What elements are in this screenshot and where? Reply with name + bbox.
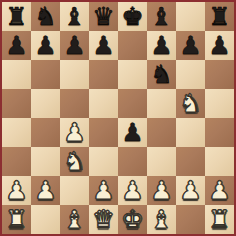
- square-e8[interactable]: ♚: [118, 2, 147, 31]
- white-pawn[interactable]: ♟: [34, 176, 56, 205]
- square-a3[interactable]: [2, 147, 31, 176]
- square-b3[interactable]: [31, 147, 60, 176]
- square-a2[interactable]: ♟: [2, 176, 31, 205]
- white-rook[interactable]: ♜: [5, 205, 27, 234]
- square-f4[interactable]: [147, 118, 176, 147]
- white-pawn[interactable]: ♟: [179, 176, 201, 205]
- square-a8[interactable]: ♜: [2, 2, 31, 31]
- black-rook[interactable]: ♜: [5, 2, 27, 31]
- square-h8[interactable]: ♜: [205, 2, 234, 31]
- square-b6[interactable]: [31, 60, 60, 89]
- square-c4[interactable]: ♟: [60, 118, 89, 147]
- square-d4[interactable]: [89, 118, 118, 147]
- square-b8[interactable]: ♞: [31, 2, 60, 31]
- square-c8[interactable]: ♝: [60, 2, 89, 31]
- white-pawn[interactable]: ♟: [92, 176, 114, 205]
- square-e4[interactable]: ♟: [118, 118, 147, 147]
- square-e2[interactable]: ♟: [118, 176, 147, 205]
- square-d5[interactable]: [89, 89, 118, 118]
- square-b7[interactable]: ♟: [31, 31, 60, 60]
- square-h7[interactable]: ♟: [205, 31, 234, 60]
- white-queen[interactable]: ♛: [92, 205, 114, 234]
- square-c5[interactable]: [60, 89, 89, 118]
- square-h2[interactable]: ♟: [205, 176, 234, 205]
- square-h1[interactable]: ♜: [205, 205, 234, 234]
- square-g6[interactable]: [176, 60, 205, 89]
- square-g8[interactable]: [176, 2, 205, 31]
- square-a5[interactable]: [2, 89, 31, 118]
- square-c3[interactable]: ♞: [60, 147, 89, 176]
- square-e5[interactable]: [118, 89, 147, 118]
- black-pawn[interactable]: ♟: [63, 31, 85, 60]
- white-knight[interactable]: ♞: [179, 89, 201, 118]
- black-knight[interactable]: ♞: [150, 60, 172, 89]
- square-h3[interactable]: [205, 147, 234, 176]
- square-e1[interactable]: ♚: [118, 205, 147, 234]
- square-a7[interactable]: ♟: [2, 31, 31, 60]
- square-c2[interactable]: [60, 176, 89, 205]
- square-h6[interactable]: [205, 60, 234, 89]
- square-c7[interactable]: ♟: [60, 31, 89, 60]
- square-f3[interactable]: [147, 147, 176, 176]
- square-f7[interactable]: ♟: [147, 31, 176, 60]
- square-d3[interactable]: [89, 147, 118, 176]
- black-pawn[interactable]: ♟: [5, 31, 27, 60]
- white-knight[interactable]: ♞: [63, 147, 85, 176]
- square-e7[interactable]: [118, 31, 147, 60]
- square-g5[interactable]: ♞: [176, 89, 205, 118]
- black-bishop[interactable]: ♝: [150, 2, 172, 31]
- white-pawn[interactable]: ♟: [63, 118, 85, 147]
- square-f8[interactable]: ♝: [147, 2, 176, 31]
- black-pawn[interactable]: ♟: [121, 118, 143, 147]
- square-g4[interactable]: [176, 118, 205, 147]
- square-g2[interactable]: ♟: [176, 176, 205, 205]
- square-d6[interactable]: [89, 60, 118, 89]
- black-pawn[interactable]: ♟: [179, 31, 201, 60]
- white-pawn[interactable]: ♟: [208, 176, 230, 205]
- square-e6[interactable]: [118, 60, 147, 89]
- square-c1[interactable]: ♝: [60, 205, 89, 234]
- chess-board: ♜♞♝♛♚♝♜♟♟♟♟♟♟♟♞♞♟♟♞♟♟♟♟♟♟♟♜♝♛♚♝♜: [2, 2, 234, 234]
- square-d8[interactable]: ♛: [89, 2, 118, 31]
- square-a4[interactable]: [2, 118, 31, 147]
- white-pawn[interactable]: ♟: [121, 176, 143, 205]
- square-b1[interactable]: [31, 205, 60, 234]
- square-c6[interactable]: [60, 60, 89, 89]
- square-f2[interactable]: ♟: [147, 176, 176, 205]
- square-b2[interactable]: ♟: [31, 176, 60, 205]
- square-b5[interactable]: [31, 89, 60, 118]
- black-rook[interactable]: ♜: [208, 2, 230, 31]
- square-a1[interactable]: ♜: [2, 205, 31, 234]
- black-knight[interactable]: ♞: [34, 2, 56, 31]
- white-bishop[interactable]: ♝: [150, 205, 172, 234]
- black-king[interactable]: ♚: [121, 2, 143, 31]
- square-g7[interactable]: ♟: [176, 31, 205, 60]
- square-f6[interactable]: ♞: [147, 60, 176, 89]
- square-f1[interactable]: ♝: [147, 205, 176, 234]
- square-g1[interactable]: [176, 205, 205, 234]
- black-pawn[interactable]: ♟: [150, 31, 172, 60]
- square-d2[interactable]: ♟: [89, 176, 118, 205]
- white-king[interactable]: ♚: [121, 205, 143, 234]
- black-bishop[interactable]: ♝: [63, 2, 85, 31]
- square-g3[interactable]: [176, 147, 205, 176]
- square-e3[interactable]: [118, 147, 147, 176]
- square-h4[interactable]: [205, 118, 234, 147]
- square-h5[interactable]: [205, 89, 234, 118]
- square-d1[interactable]: ♛: [89, 205, 118, 234]
- black-pawn[interactable]: ♟: [92, 31, 114, 60]
- white-pawn[interactable]: ♟: [150, 176, 172, 205]
- square-d7[interactable]: ♟: [89, 31, 118, 60]
- square-f5[interactable]: [147, 89, 176, 118]
- square-b4[interactable]: [31, 118, 60, 147]
- white-bishop[interactable]: ♝: [63, 205, 85, 234]
- square-a6[interactable]: [2, 60, 31, 89]
- black-queen[interactable]: ♛: [92, 2, 114, 31]
- black-pawn[interactable]: ♟: [208, 31, 230, 60]
- black-pawn[interactable]: ♟: [34, 31, 56, 60]
- white-rook[interactable]: ♜: [208, 205, 230, 234]
- chess-board-frame: ♜♞♝♛♚♝♜♟♟♟♟♟♟♟♞♞♟♟♞♟♟♟♟♟♟♟♜♝♛♚♝♜: [0, 0, 236, 236]
- white-pawn[interactable]: ♟: [5, 176, 27, 205]
